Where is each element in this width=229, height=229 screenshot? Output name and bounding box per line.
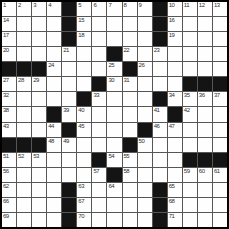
cell-r12c6[interactable]: [77, 168, 91, 182]
clue-number: 56: [3, 168, 9, 174]
cell-r3c4[interactable]: [47, 32, 61, 46]
block-cell-r13c11: [153, 183, 167, 197]
clue-number: 15: [78, 17, 84, 23]
block-cell-r3c5: [62, 32, 76, 46]
cell-r9c4[interactable]: 44: [47, 123, 61, 137]
cell-r15c4[interactable]: [47, 213, 61, 227]
cell-r12c14[interactable]: 60: [198, 168, 212, 182]
cell-r2c14[interactable]: [198, 17, 212, 31]
cell-r9c6[interactable]: 45: [77, 123, 91, 137]
block-cell-r1c11: [153, 2, 167, 16]
clue-number: 54: [108, 153, 114, 159]
block-cell-r11c14: [198, 153, 212, 167]
cell-r10c10[interactable]: 50: [138, 138, 152, 152]
clue-number: 23: [154, 47, 160, 53]
cell-r6c1[interactable]: 27: [2, 77, 16, 91]
clue-number: 41: [154, 107, 160, 113]
block-cell-r7c6: [77, 92, 91, 106]
cell-r3c2[interactable]: [17, 32, 31, 46]
clue-number: 28: [18, 77, 24, 83]
block-cell-r14c11: [153, 198, 167, 212]
cell-r6c5[interactable]: [62, 77, 76, 91]
clue-number: 11: [184, 2, 189, 8]
cell-r8c6[interactable]: 40: [77, 107, 91, 121]
cell-r10c4[interactable]: 48: [47, 138, 61, 152]
clue-number: 45: [78, 123, 84, 129]
clue-number: 2: [18, 2, 21, 8]
clue-number: 49: [63, 138, 69, 144]
cell-r2c3[interactable]: [32, 17, 46, 31]
cell-r15c13[interactable]: [183, 213, 197, 227]
cell-r7c2[interactable]: [17, 92, 31, 106]
clue-number: 50: [139, 138, 145, 144]
cell-r14c14[interactable]: [198, 198, 212, 212]
clue-number: 13: [214, 2, 220, 8]
cell-r1c10[interactable]: 9: [138, 2, 152, 16]
clue-number: 53: [33, 153, 39, 159]
cell-r13c13[interactable]: [183, 183, 197, 197]
clue-number: 20: [3, 47, 9, 53]
cell-r7c12[interactable]: 34: [168, 92, 182, 106]
block-cell-r5c9: [123, 62, 137, 76]
cell-r15c15[interactable]: [213, 213, 227, 227]
cell-r6c8[interactable]: 30: [107, 77, 121, 91]
cell-r3c14[interactable]: [198, 32, 212, 46]
cell-r8c15[interactable]: [213, 107, 227, 121]
clue-number: 14: [3, 17, 9, 23]
cell-r2c15[interactable]: [213, 17, 227, 31]
cell-r12c9[interactable]: 58: [123, 168, 137, 182]
block-cell-r9c10: [138, 123, 152, 137]
block-cell-r6c13: [183, 77, 197, 91]
cell-r13c2[interactable]: [17, 183, 31, 197]
clue-number: 4: [48, 2, 51, 8]
block-cell-r7c11: [153, 92, 167, 106]
cell-r3c9[interactable]: [123, 32, 137, 46]
cell-r3c13[interactable]: [183, 32, 197, 46]
cell-r5c6[interactable]: [77, 62, 91, 76]
cell-r11c6[interactable]: [77, 153, 91, 167]
clue-number: 70: [78, 213, 84, 219]
clue-number: 35: [184, 92, 190, 98]
cell-r10c13[interactable]: [183, 138, 197, 152]
cell-r4c4[interactable]: [47, 47, 61, 61]
cell-r5c14[interactable]: [198, 62, 212, 76]
clue-number: 55: [124, 153, 130, 159]
cell-r15c9[interactable]: [123, 213, 137, 227]
cell-r8c9[interactable]: [123, 107, 137, 121]
cell-r14c7[interactable]: [92, 198, 106, 212]
clue-number: 63: [78, 183, 84, 189]
cell-r11c11[interactable]: [153, 153, 167, 167]
block-cell-r15c5: [62, 213, 76, 227]
block-cell-r10c1: [2, 138, 16, 152]
cell-r8c11[interactable]: 41: [153, 107, 167, 121]
cell-r9c7[interactable]: [92, 123, 106, 137]
clue-number: 67: [78, 198, 84, 204]
cell-r11c8[interactable]: 54: [107, 153, 121, 167]
cell-r2c8[interactable]: [107, 17, 121, 31]
cell-r3c7[interactable]: [92, 32, 106, 46]
cell-r11c2[interactable]: 52: [17, 153, 31, 167]
block-cell-r14c5: [62, 198, 76, 212]
cell-r15c14[interactable]: [198, 213, 212, 227]
cell-r10c11[interactable]: [153, 138, 167, 152]
crossword-grid: 1234567891011121314151617181920212223242…: [0, 0, 229, 229]
cell-r12c1[interactable]: 56: [2, 168, 16, 182]
clue-number: 7: [108, 2, 111, 8]
clue-number: 61: [214, 168, 220, 174]
clue-number: 43: [3, 123, 9, 129]
cell-r10c12[interactable]: [168, 138, 182, 152]
cell-r9c1[interactable]: 43: [2, 123, 16, 137]
cell-r10c6[interactable]: [77, 138, 91, 152]
cell-r7c4[interactable]: [47, 92, 61, 106]
clue-number: 42: [184, 107, 190, 113]
clue-number: 22: [124, 47, 130, 53]
cell-r5c7[interactable]: [92, 62, 106, 76]
block-cell-r11c15: [213, 153, 227, 167]
cell-r12c7[interactable]: 57: [92, 168, 106, 182]
block-cell-r11c7: [92, 153, 106, 167]
cell-r3c1[interactable]: 17: [2, 32, 16, 46]
cell-r4c13[interactable]: [183, 47, 197, 61]
cell-r6c9[interactable]: 31: [123, 77, 137, 91]
cell-r11c9[interactable]: 55: [123, 153, 137, 167]
cell-r2c6[interactable]: 15: [77, 17, 91, 31]
cell-r13c6[interactable]: 63: [77, 183, 91, 197]
cell-r2c9[interactable]: [123, 17, 137, 31]
cell-r12c2[interactable]: [17, 168, 31, 182]
cell-r11c3[interactable]: 53: [32, 153, 46, 167]
cell-r5c8[interactable]: 25: [107, 62, 121, 76]
block-cell-r10c9: [123, 138, 137, 152]
cell-r14c2[interactable]: [17, 198, 31, 212]
block-cell-r8c4: [47, 107, 61, 121]
cell-r14c6[interactable]: 67: [77, 198, 91, 212]
cell-r12c13[interactable]: 59: [183, 168, 197, 182]
cell-r2c10[interactable]: [138, 17, 152, 31]
block-cell-r12c8: [107, 168, 121, 182]
clue-number: 57: [93, 168, 99, 174]
clue-number: 6: [93, 2, 96, 8]
clue-number: 29: [33, 77, 39, 83]
clue-number: 40: [78, 107, 84, 113]
cell-r1c6[interactable]: 5: [77, 2, 91, 16]
cell-r14c10[interactable]: [138, 198, 152, 212]
clue-number: 59: [184, 168, 190, 174]
cell-r4c2[interactable]: [17, 47, 31, 61]
block-cell-r9c5: [62, 123, 76, 137]
cell-r5c10[interactable]: 26: [138, 62, 152, 76]
cell-r7c10[interactable]: [138, 92, 152, 106]
cell-r2c13[interactable]: [183, 17, 197, 31]
cell-r9c8[interactable]: [107, 123, 121, 137]
cell-r7c8[interactable]: [107, 92, 121, 106]
cell-r14c3[interactable]: [32, 198, 46, 212]
cell-r8c2[interactable]: [17, 107, 31, 121]
clue-number: 39: [63, 107, 69, 113]
cell-r15c3[interactable]: [32, 213, 46, 227]
cell-r3c12[interactable]: 19: [168, 32, 182, 46]
cell-r13c14[interactable]: [198, 183, 212, 197]
cell-r7c3[interactable]: [32, 92, 46, 106]
cell-r14c13[interactable]: [183, 198, 197, 212]
cell-r5c15[interactable]: [213, 62, 227, 76]
cell-r12c15[interactable]: 61: [213, 168, 227, 182]
cell-r15c7[interactable]: [92, 213, 106, 227]
cell-r12c3[interactable]: [32, 168, 46, 182]
cell-r6c2[interactable]: 28: [17, 77, 31, 91]
clue-number: 24: [48, 62, 54, 68]
cell-r7c13[interactable]: 35: [183, 92, 197, 106]
cell-r6c3[interactable]: 29: [32, 77, 46, 91]
cell-r7c9[interactable]: [123, 92, 137, 106]
cell-r13c10[interactable]: [138, 183, 152, 197]
cell-r1c12[interactable]: 10: [168, 2, 182, 16]
cell-r3c6[interactable]: 18: [77, 32, 91, 46]
cell-r11c1[interactable]: 51: [2, 153, 16, 167]
cell-r4c14[interactable]: [198, 47, 212, 61]
cell-r9c13[interactable]: [183, 123, 197, 137]
cell-r3c8[interactable]: [107, 32, 121, 46]
cell-r5c12[interactable]: [168, 62, 182, 76]
cell-r3c3[interactable]: [32, 32, 46, 46]
cell-r4c15[interactable]: [213, 47, 227, 61]
clue-number: 25: [108, 62, 114, 68]
clue-number: 8: [124, 2, 127, 8]
clue-number: 33: [93, 92, 99, 98]
clue-number: 37: [214, 92, 220, 98]
cell-r1c8[interactable]: 7: [107, 2, 121, 16]
block-cell-r3c11: [153, 32, 167, 46]
cell-r1c9[interactable]: 8: [123, 2, 137, 16]
cell-r13c7[interactable]: [92, 183, 106, 197]
clue-number: 30: [108, 77, 114, 83]
cell-r1c3[interactable]: 3: [32, 2, 46, 16]
clue-number: 64: [108, 183, 114, 189]
clue-number: 46: [154, 123, 160, 129]
clue-number: 36: [199, 92, 205, 98]
cell-r5c4[interactable]: 24: [47, 62, 61, 76]
cell-r9c11[interactable]: 46: [153, 123, 167, 137]
clue-number: 68: [169, 198, 175, 204]
cell-r2c2[interactable]: [17, 17, 31, 31]
clue-number: 17: [3, 32, 9, 38]
cell-r10c7[interactable]: [92, 138, 106, 152]
cell-r8c5[interactable]: 39: [62, 107, 76, 121]
cell-r14c8[interactable]: [107, 198, 121, 212]
block-cell-r10c2: [17, 138, 31, 152]
cell-r12c11[interactable]: [153, 168, 167, 182]
block-cell-r13c5: [62, 183, 76, 197]
cell-r7c14[interactable]: 36: [198, 92, 212, 106]
cell-r1c1[interactable]: 1: [2, 2, 16, 16]
cell-r10c14[interactable]: [198, 138, 212, 152]
cell-r8c3[interactable]: [32, 107, 46, 121]
cell-r8c1[interactable]: 38: [2, 107, 16, 121]
clue-number: 52: [18, 153, 24, 159]
cell-r12c12[interactable]: [168, 168, 182, 182]
cell-r15c10[interactable]: [138, 213, 152, 227]
cell-r8c7[interactable]: [92, 107, 106, 121]
cell-r8c8[interactable]: [107, 107, 121, 121]
clue-number: 51: [3, 153, 9, 159]
clue-number: 19: [169, 32, 175, 38]
clue-number: 3: [33, 2, 36, 8]
cell-r10c5[interactable]: 49: [62, 138, 76, 152]
block-cell-r6c14: [198, 77, 212, 91]
clue-number: 38: [3, 107, 9, 113]
cell-r2c7[interactable]: [92, 17, 106, 31]
cell-r7c7[interactable]: 33: [92, 92, 106, 106]
clue-number: 60: [199, 168, 205, 174]
cell-r5c5[interactable]: [62, 62, 76, 76]
cell-r11c5[interactable]: [62, 153, 76, 167]
block-cell-r8c12: [168, 107, 182, 121]
cell-r13c1[interactable]: 62: [2, 183, 16, 197]
cell-r1c4[interactable]: 4: [47, 2, 61, 16]
cell-r6c10[interactable]: [138, 77, 152, 91]
cell-r4c6[interactable]: [77, 47, 91, 61]
clue-number: 66: [3, 198, 9, 204]
cell-r4c5[interactable]: 21: [62, 47, 76, 61]
cell-r9c2[interactable]: [17, 123, 31, 137]
clue-number: 65: [169, 183, 175, 189]
cell-r4c10[interactable]: [138, 47, 152, 61]
block-cell-r2c5: [62, 17, 76, 31]
cell-r13c3[interactable]: [32, 183, 46, 197]
block-cell-r1c5: [62, 2, 76, 16]
cell-r4c3[interactable]: [32, 47, 46, 61]
block-cell-r11c13: [183, 153, 197, 167]
block-cell-r15c11: [153, 213, 167, 227]
cell-r9c9[interactable]: [123, 123, 137, 137]
cell-r1c2[interactable]: 2: [17, 2, 31, 16]
cell-r11c4[interactable]: [47, 153, 61, 167]
cell-r14c9[interactable]: [123, 198, 137, 212]
cell-r2c1[interactable]: 14: [2, 17, 16, 31]
cell-r6c11[interactable]: [153, 77, 167, 91]
cell-r1c14[interactable]: 12: [198, 2, 212, 16]
cell-r8c14[interactable]: [198, 107, 212, 121]
cell-r10c15[interactable]: [213, 138, 227, 152]
cell-r15c12[interactable]: 71: [168, 213, 182, 227]
cell-r11c10[interactable]: [138, 153, 152, 167]
clue-number: 69: [3, 213, 9, 219]
cell-r12c10[interactable]: [138, 168, 152, 182]
block-cell-r5c1: [2, 62, 16, 76]
cell-r13c9[interactable]: [123, 183, 137, 197]
clue-number: 12: [199, 2, 205, 8]
clue-number: 26: [139, 62, 145, 68]
cell-r15c2[interactable]: [17, 213, 31, 227]
block-cell-r4c8: [107, 47, 121, 61]
cell-r15c8[interactable]: [107, 213, 121, 227]
block-cell-r10c3: [32, 138, 46, 152]
clue-number: 47: [169, 123, 175, 129]
cell-r8c10[interactable]: [138, 107, 152, 121]
cell-r13c4[interactable]: [47, 183, 61, 197]
cell-r1c7[interactable]: 6: [92, 2, 106, 16]
cell-r13c15[interactable]: [213, 183, 227, 197]
cell-r5c13[interactable]: [183, 62, 197, 76]
cell-r4c11[interactable]: 23: [153, 47, 167, 61]
cell-r15c6[interactable]: 70: [77, 213, 91, 227]
block-cell-r6c7: [92, 77, 106, 91]
cell-r2c12[interactable]: 16: [168, 17, 182, 31]
cell-r8c13[interactable]: 42: [183, 107, 197, 121]
clue-number: 1: [3, 2, 6, 8]
cell-r10c8[interactable]: [107, 138, 121, 152]
cell-r7c1[interactable]: 32: [2, 92, 16, 106]
cell-r4c7[interactable]: [92, 47, 106, 61]
cell-r7c5[interactable]: [62, 92, 76, 106]
clue-number: 18: [78, 32, 84, 38]
cell-r4c9[interactable]: 22: [123, 47, 137, 61]
cell-r12c5[interactable]: [62, 168, 76, 182]
clue-number: 71: [169, 213, 175, 219]
cell-r4c1[interactable]: 20: [2, 47, 16, 61]
cell-r9c14[interactable]: [198, 123, 212, 137]
cell-r5c11[interactable]: [153, 62, 167, 76]
clue-number: 27: [3, 77, 9, 83]
clue-number: 58: [124, 168, 130, 174]
clue-number: 34: [169, 92, 175, 98]
cell-r6c4[interactable]: [47, 77, 61, 91]
cell-r1c15[interactable]: 13: [213, 2, 227, 16]
cell-r13c8[interactable]: 64: [107, 183, 121, 197]
cell-r12c4[interactable]: [47, 168, 61, 182]
clue-number: 10: [169, 2, 175, 8]
cell-r2c4[interactable]: [47, 17, 61, 31]
cell-r6c6[interactable]: [77, 77, 91, 91]
cell-r7c15[interactable]: 37: [213, 92, 227, 106]
block-cell-r6c15: [213, 77, 227, 91]
clue-number: 44: [48, 123, 54, 129]
cell-r13c12[interactable]: 65: [168, 183, 182, 197]
cell-r9c12[interactable]: 47: [168, 123, 182, 137]
cell-r4c12[interactable]: [168, 47, 182, 61]
cell-r14c12[interactable]: 68: [168, 198, 182, 212]
cell-r6c12[interactable]: [168, 77, 182, 91]
cell-r3c15[interactable]: [213, 32, 227, 46]
block-cell-r2c11: [153, 17, 167, 31]
clue-number: 16: [169, 17, 175, 23]
clue-number: 21: [63, 47, 69, 53]
block-cell-r5c2: [17, 62, 31, 76]
clue-number: 62: [3, 183, 9, 189]
clue-number: 32: [3, 92, 9, 98]
cell-r14c15[interactable]: [213, 198, 227, 212]
cell-r14c1[interactable]: 66: [2, 198, 16, 212]
cell-r9c3[interactable]: [32, 123, 46, 137]
clue-number: 31: [124, 77, 130, 83]
cell-r11c12[interactable]: [168, 153, 182, 167]
clue-number: 48: [48, 138, 54, 144]
block-cell-r5c3: [32, 62, 46, 76]
cell-r15c1[interactable]: 69: [2, 213, 16, 227]
cell-r3c10[interactable]: [138, 32, 152, 46]
cell-r9c15[interactable]: [213, 123, 227, 137]
clue-number: 5: [78, 2, 81, 8]
cell-r1c13[interactable]: 11: [183, 2, 197, 16]
cell-r14c4[interactable]: [47, 198, 61, 212]
clue-number: 9: [139, 2, 142, 8]
